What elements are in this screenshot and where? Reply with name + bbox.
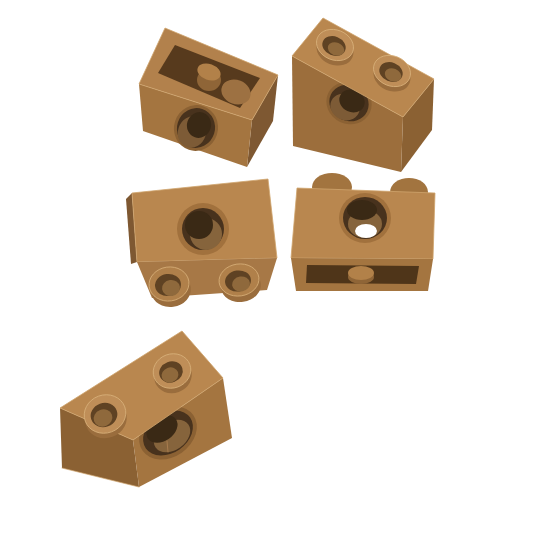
lego-bricks-illustration [0,0,533,533]
brick-middle-right [291,173,435,291]
brick3-hole-shading-dark [185,211,213,239]
brick4-center-pin-top [348,266,374,280]
product-photo [0,0,533,533]
brick3-technic-hole [177,203,229,255]
brick4-hole-throughlight [355,224,377,238]
brick4-hole-shading-dark [347,200,377,220]
brick4-technic-hole [339,193,391,243]
